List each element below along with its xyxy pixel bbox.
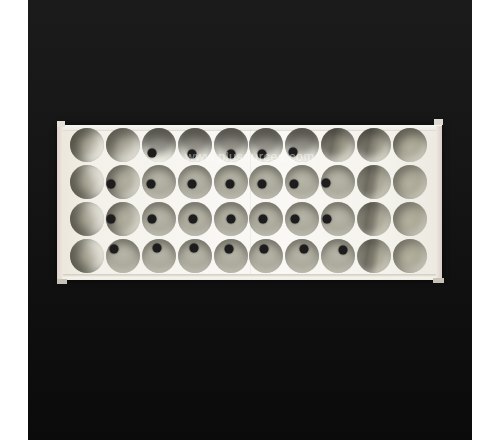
rack-cell [356, 127, 392, 164]
rack-hole-r3c10 [393, 202, 427, 236]
rack-right-end-cap [436, 126, 442, 279]
rack-cell [141, 164, 177, 201]
rack-hole-r4c10 [393, 239, 427, 273]
tube-bottom-hole-dot [146, 180, 155, 189]
rack-hole-r3c3 [142, 202, 176, 236]
rack-hole-r1c9 [357, 128, 391, 162]
rack-hole-r1c3 [142, 128, 176, 162]
rack-cell [284, 237, 320, 274]
rack-hole-r2c6 [249, 165, 283, 199]
rack-cell [69, 201, 105, 238]
product-photo: www.plusources.com [28, 0, 472, 440]
tube-bottom-hole-dot [224, 244, 233, 253]
rack-cell [177, 201, 213, 238]
rack-hole-r3c4 [178, 202, 212, 236]
rack-hole-r1c1 [70, 128, 104, 162]
tube-bottom-hole-dot [289, 148, 298, 157]
rack-hole-r3c7 [285, 202, 319, 236]
rack-cell [177, 164, 213, 201]
rack-hole-r1c6 [249, 128, 283, 162]
rack-cell [320, 201, 356, 238]
tube-bottom-hole-dot [323, 214, 332, 223]
rack-cell [69, 127, 105, 164]
tube-bottom-hole-dot [188, 214, 197, 223]
tube-bottom-hole-dot [260, 244, 269, 253]
rack-hole-r4c6 [249, 239, 283, 273]
rack-cell [69, 237, 105, 274]
rack-hole-r3c2 [106, 202, 140, 236]
rack-left-end-cap [57, 126, 63, 279]
rack-hole-r1c7 [285, 128, 319, 162]
rack-cell [105, 201, 141, 238]
rack-hole-r3c6 [249, 202, 283, 236]
rack-hole-r4c4 [178, 239, 212, 273]
tube-bottom-hole-dot [226, 214, 235, 223]
rack-cell [249, 237, 285, 274]
tube-bottom-hole-dot [109, 244, 118, 253]
rack-cell [356, 237, 392, 274]
rack-cell [392, 127, 428, 164]
tube-bottom-hole-dot [106, 214, 115, 223]
rack-hole-r1c5 [214, 128, 248, 162]
rack-cell [177, 127, 213, 164]
rack-hole-r1c10 [393, 128, 427, 162]
rack-cell [213, 164, 249, 201]
rack-cell [105, 164, 141, 201]
rack-hole-r3c5 [214, 202, 248, 236]
tube-bottom-hole-dot [147, 149, 156, 158]
rack-left-foot [57, 279, 67, 284]
rack-right-foot [433, 278, 444, 283]
rack-hole-r4c7 [285, 239, 319, 273]
rack-cell [141, 237, 177, 274]
rack-cell [249, 127, 285, 164]
rack-hole-r2c5 [214, 165, 248, 199]
rack-cell [141, 201, 177, 238]
rack-hole-r4c3 [142, 239, 176, 273]
rack-cell [356, 164, 392, 201]
rack-hole-r1c4 [178, 128, 212, 162]
rack-hole-r2c3 [142, 165, 176, 199]
tube-bottom-hole-dot [187, 180, 196, 189]
tube-bottom-hole-dot [339, 245, 348, 254]
tube-bottom-hole-dot [187, 150, 196, 159]
rack-hole-r2c8 [321, 165, 355, 199]
rack-cell [213, 237, 249, 274]
rack-cell [392, 201, 428, 238]
tube-bottom-hole-dot [258, 180, 267, 189]
rack-hole-r2c2 [106, 165, 140, 199]
rack-hole-r4c9 [357, 239, 391, 273]
tube-bottom-hole-dot [106, 180, 115, 189]
rack-cell [356, 201, 392, 238]
tube-bottom-hole-dot [291, 214, 300, 223]
rack-cell [284, 127, 320, 164]
rack-cell [177, 237, 213, 274]
rack-hole-r4c8 [321, 239, 355, 273]
rack-cell [249, 164, 285, 201]
rack-cell [105, 237, 141, 274]
rack-cell [392, 164, 428, 201]
rack-cell [320, 237, 356, 274]
rack-hole-r4c1 [70, 239, 104, 273]
rack-hole-r2c10 [393, 165, 427, 199]
tube-bottom-hole-dot [152, 243, 161, 252]
tube-bottom-hole-dot [225, 180, 234, 189]
rack-cell [284, 201, 320, 238]
rack-cell [249, 201, 285, 238]
tube-bottom-hole-dot [189, 243, 198, 252]
rack-hole-r4c2 [106, 239, 140, 273]
tube-bottom-hole-dot [147, 214, 156, 223]
rack-cell [284, 164, 320, 201]
rack-hole-r2c9 [357, 165, 391, 199]
tube-bottom-hole-dot [226, 150, 235, 159]
tube-bottom-hole-dot [258, 150, 267, 159]
tube-bottom-hole-dot [300, 244, 309, 253]
rack-hole-r3c8 [321, 202, 355, 236]
rack-front-edge [57, 274, 442, 280]
test-tube-rack [57, 125, 442, 280]
rack-hole-r4c5 [214, 239, 248, 273]
rack-hole-r1c2 [106, 128, 140, 162]
rack-cell [213, 201, 249, 238]
rack-hole-grid [69, 127, 428, 274]
rack-cell [105, 127, 141, 164]
rack-cell [69, 164, 105, 201]
rack-cell [392, 237, 428, 274]
tube-bottom-hole-dot [290, 180, 299, 189]
page-background: www.plusources.com [0, 0, 500, 440]
rack-hole-r2c4 [178, 165, 212, 199]
rack-hole-r2c7 [285, 165, 319, 199]
rack-hole-r3c1 [70, 202, 104, 236]
tube-bottom-hole-dot [259, 214, 268, 223]
rack-hole-r1c8 [321, 128, 355, 162]
rack-cell [213, 127, 249, 164]
rack-cell [141, 127, 177, 164]
rack-left-top-tab [57, 121, 65, 127]
rack-right-top-tab [434, 119, 443, 125]
rack-cell [320, 127, 356, 164]
rack-cell [320, 164, 356, 201]
rack-hole-r2c1 [70, 165, 104, 199]
rack-hole-r3c9 [357, 202, 391, 236]
tube-bottom-hole-dot [322, 179, 331, 188]
